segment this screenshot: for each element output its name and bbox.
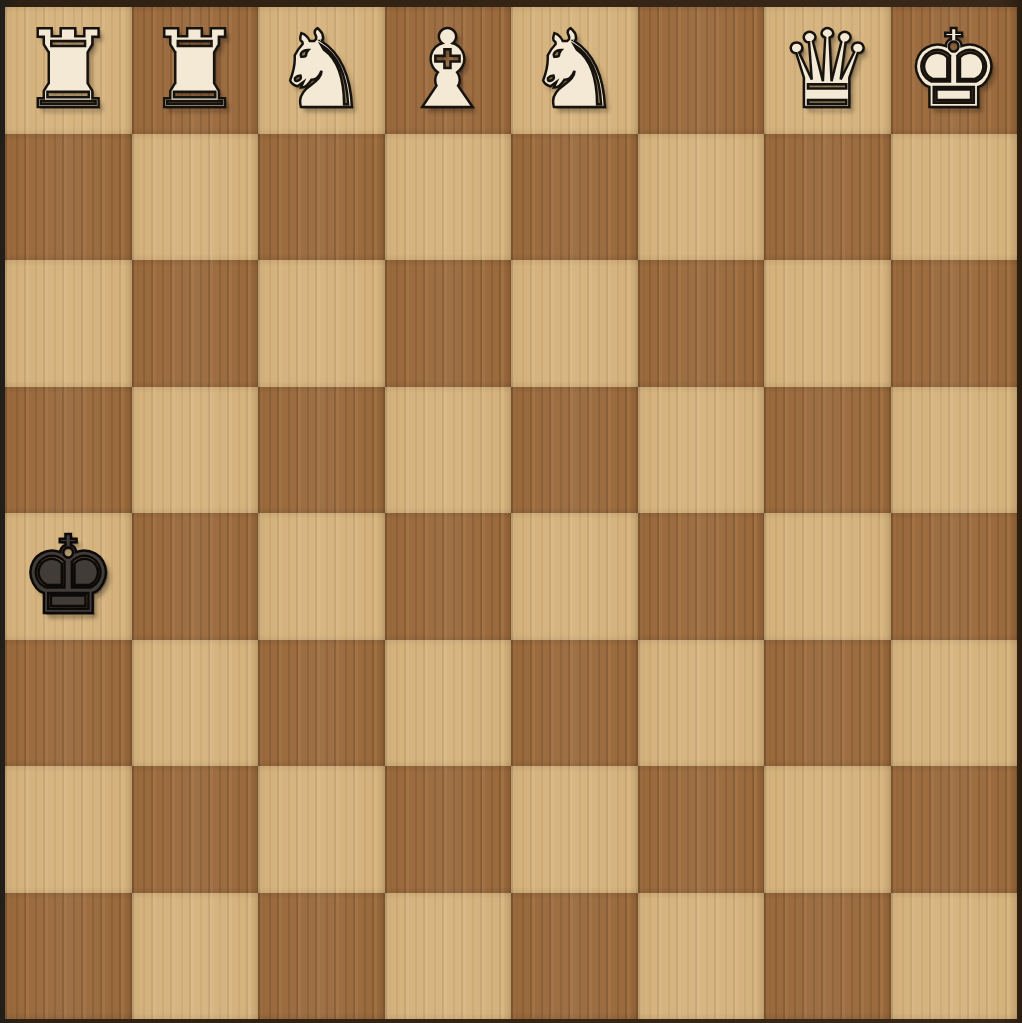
square-a8[interactable]: ♜ [5,7,132,134]
square-c8[interactable]: ♞ [258,7,385,134]
square-a7[interactable] [5,134,132,261]
board-frame: ♜♜♞♝♞♛♚♚ [0,0,1022,1023]
square-b6[interactable] [132,260,259,387]
square-d1[interactable] [385,893,512,1020]
square-h5[interactable] [891,387,1018,514]
square-d7[interactable] [385,134,512,261]
square-g5[interactable] [764,387,891,514]
square-b7[interactable] [132,134,259,261]
square-d6[interactable] [385,260,512,387]
square-c2[interactable] [258,766,385,893]
square-c4[interactable] [258,513,385,640]
square-d3[interactable] [385,640,512,767]
square-h3[interactable] [891,640,1018,767]
square-a2[interactable] [5,766,132,893]
square-e6[interactable] [511,260,638,387]
square-g3[interactable] [764,640,891,767]
white-queen[interactable]: ♛ [779,16,876,124]
square-a1[interactable] [5,893,132,1020]
square-b1[interactable] [132,893,259,1020]
square-b5[interactable] [132,387,259,514]
square-h6[interactable] [891,260,1018,387]
square-g4[interactable] [764,513,891,640]
square-a5[interactable] [5,387,132,514]
square-b3[interactable] [132,640,259,767]
square-h2[interactable] [891,766,1018,893]
white-knight[interactable]: ♞ [273,16,370,124]
square-f4[interactable] [638,513,765,640]
square-e8[interactable]: ♞ [511,7,638,134]
square-d4[interactable] [385,513,512,640]
black-king[interactable]: ♚ [20,522,117,630]
square-f2[interactable] [638,766,765,893]
square-g2[interactable] [764,766,891,893]
square-f3[interactable] [638,640,765,767]
chess-board: ♜♜♞♝♞♛♚♚ [5,7,1017,1019]
white-bishop[interactable]: ♝ [399,16,496,124]
square-b4[interactable] [132,513,259,640]
square-h7[interactable] [891,134,1018,261]
square-a3[interactable] [5,640,132,767]
square-h1[interactable] [891,893,1018,1020]
square-h8[interactable]: ♚ [891,7,1018,134]
square-a6[interactable] [5,260,132,387]
white-knight[interactable]: ♞ [526,16,623,124]
square-e5[interactable] [511,387,638,514]
square-c6[interactable] [258,260,385,387]
square-e1[interactable] [511,893,638,1020]
square-f6[interactable] [638,260,765,387]
square-c7[interactable] [258,134,385,261]
square-f8[interactable] [638,7,765,134]
square-e3[interactable] [511,640,638,767]
square-g7[interactable] [764,134,891,261]
white-rook[interactable]: ♜ [20,16,117,124]
square-e4[interactable] [511,513,638,640]
square-f7[interactable] [638,134,765,261]
square-d8[interactable]: ♝ [385,7,512,134]
square-e7[interactable] [511,134,638,261]
square-d5[interactable] [385,387,512,514]
square-f1[interactable] [638,893,765,1020]
square-f5[interactable] [638,387,765,514]
square-g6[interactable] [764,260,891,387]
square-g8[interactable]: ♛ [764,7,891,134]
square-g1[interactable] [764,893,891,1020]
white-rook[interactable]: ♜ [146,16,243,124]
square-b2[interactable] [132,766,259,893]
white-king[interactable]: ♚ [905,16,1002,124]
square-a4[interactable]: ♚ [5,513,132,640]
square-c3[interactable] [258,640,385,767]
square-c1[interactable] [258,893,385,1020]
square-d2[interactable] [385,766,512,893]
square-h4[interactable] [891,513,1018,640]
square-e2[interactable] [511,766,638,893]
chess-app-screen: { "game": "chess", "board": { "rows": 8,… [0,0,1022,1023]
square-c5[interactable] [258,387,385,514]
square-b8[interactable]: ♜ [132,7,259,134]
